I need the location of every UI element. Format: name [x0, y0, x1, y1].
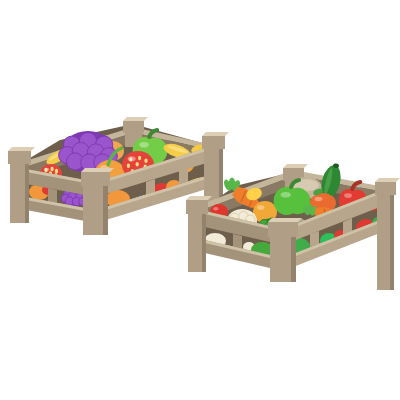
right-post-cap-top — [375, 178, 400, 182]
left-post-shade — [202, 214, 206, 272]
left-post-cap — [8, 151, 31, 164]
left-post-cap — [186, 200, 208, 214]
right-post-cap — [375, 182, 396, 195]
right-post-shade — [390, 195, 394, 290]
near-post-cap — [81, 172, 110, 186]
near-post-cap-top — [81, 168, 114, 172]
right-post-cap-top — [202, 132, 229, 136]
near-post-cap — [268, 222, 298, 237]
near-post-cap-top — [268, 218, 302, 222]
left-post-cap-top — [8, 147, 35, 151]
left-post-cap-top — [186, 196, 212, 200]
left-post-shade — [25, 164, 29, 223]
back-post-cap — [123, 121, 144, 133]
near-post-shade — [103, 186, 108, 235]
side-divider — [233, 234, 242, 249]
back-post-cap-top — [123, 117, 148, 121]
back-post-cap-top — [283, 164, 308, 168]
right-post-cap — [202, 136, 225, 149]
scene — [0, 0, 400, 400]
near-post-shade — [291, 237, 296, 282]
product-photo — [0, 0, 400, 400]
side-divider — [48, 188, 57, 203]
